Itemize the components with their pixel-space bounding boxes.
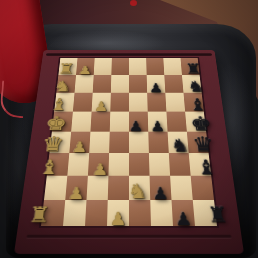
photo-chess-scene: ♜♞♝♚♛♝♜♟♟♟♟♟♟♞♜♞♝♚♛♝♜♟♟♟♞♟♟ xyxy=(0,0,258,258)
photo-vignette xyxy=(0,0,258,258)
